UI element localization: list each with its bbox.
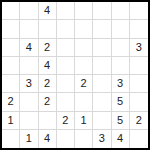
cell-r0c6[interactable] [112, 2, 130, 20]
cell-r0c3[interactable] [57, 2, 75, 20]
clue-digit: 4 [44, 60, 50, 71]
clue-digit: 5 [117, 96, 123, 107]
cell-r5c6-clue: 5 [112, 93, 130, 111]
cell-r0c1[interactable] [20, 2, 38, 20]
cell-r6c3-clue: 2 [57, 112, 75, 130]
cell-r2c4[interactable] [75, 39, 93, 57]
cell-r1c7[interactable] [130, 20, 148, 38]
clue-digit: 2 [44, 96, 50, 107]
puzzle-board: 442343223225121521434 [0, 0, 150, 150]
clue-digit: 4 [44, 133, 50, 144]
clue-digit: 2 [136, 115, 142, 126]
cell-r7c7[interactable] [130, 130, 148, 148]
cell-r2c7-clue: 3 [130, 39, 148, 57]
cell-r7c6-clue: 4 [112, 130, 130, 148]
cell-r2c5[interactable] [93, 39, 111, 57]
cell-r1c5[interactable] [93, 20, 111, 38]
cell-r0c7[interactable] [130, 2, 148, 20]
puzzle-canvas: 442343223225121521434 [0, 0, 150, 150]
clue-digit: 2 [44, 78, 50, 89]
clue-digit: 3 [99, 133, 105, 144]
cell-r4c0[interactable] [2, 75, 20, 93]
clue-digit: 1 [26, 133, 32, 144]
cell-r5c3[interactable] [57, 93, 75, 111]
cell-r6c4-clue: 1 [75, 112, 93, 130]
cell-r1c0[interactable] [2, 20, 20, 38]
cell-r3c2-clue: 4 [39, 57, 57, 75]
cell-r5c7[interactable] [130, 93, 148, 111]
cell-r6c0-clue: 1 [2, 112, 20, 130]
cell-r2c6[interactable] [112, 39, 130, 57]
cell-r1c4[interactable] [75, 20, 93, 38]
cell-r4c3[interactable] [57, 75, 75, 93]
cell-r5c0-clue: 2 [2, 93, 20, 111]
cell-r1c1[interactable] [20, 20, 38, 38]
cell-r5c4[interactable] [75, 93, 93, 111]
clue-digit: 2 [8, 96, 14, 107]
clue-digit: 1 [8, 115, 14, 126]
cell-r3c7[interactable] [130, 57, 148, 75]
clue-digit: 3 [136, 42, 142, 53]
cell-r7c1-clue: 1 [20, 130, 38, 148]
cell-r7c4[interactable] [75, 130, 93, 148]
cell-r6c1[interactable] [20, 112, 38, 130]
cell-r3c1[interactable] [20, 57, 38, 75]
cell-r3c6[interactable] [112, 57, 130, 75]
cell-r3c0[interactable] [2, 57, 20, 75]
cell-r0c5[interactable] [93, 2, 111, 20]
clue-digit: 3 [26, 78, 32, 89]
clue-digit: 2 [44, 42, 50, 53]
clue-digit: 3 [117, 78, 123, 89]
cell-r1c3[interactable] [57, 20, 75, 38]
cell-r6c6-clue: 5 [112, 112, 130, 130]
cell-r4c1-clue: 3 [20, 75, 38, 93]
cell-r4c2-clue: 2 [39, 75, 57, 93]
cell-r7c3[interactable] [57, 130, 75, 148]
cell-r3c4[interactable] [75, 57, 93, 75]
cell-r7c2-clue: 4 [39, 130, 57, 148]
cell-r6c7-clue: 2 [130, 112, 148, 130]
clue-digit: 4 [44, 5, 50, 16]
cell-r6c5[interactable] [93, 112, 111, 130]
cell-r1c2[interactable] [39, 20, 57, 38]
cell-r5c5[interactable] [93, 93, 111, 111]
cell-r1c6[interactable] [112, 20, 130, 38]
clue-digit: 4 [117, 133, 123, 144]
cell-r2c3[interactable] [57, 39, 75, 57]
cell-r5c1[interactable] [20, 93, 38, 111]
cell-r0c4[interactable] [75, 2, 93, 20]
cell-r3c3[interactable] [57, 57, 75, 75]
cell-r2c0[interactable] [2, 39, 20, 57]
clue-digit: 4 [26, 42, 32, 53]
cell-r0c2-clue: 4 [39, 2, 57, 20]
cell-r2c1-clue: 4 [20, 39, 38, 57]
cell-r5c2-clue: 2 [39, 93, 57, 111]
cell-r0c0[interactable] [2, 2, 20, 20]
cell-r4c4-clue: 2 [75, 75, 93, 93]
clue-digit: 2 [62, 115, 68, 126]
clue-digit: 1 [81, 115, 87, 126]
cell-r2c2-clue: 2 [39, 39, 57, 57]
clue-digit: 5 [117, 115, 123, 126]
clue-digit: 2 [81, 78, 87, 89]
cell-r3c5[interactable] [93, 57, 111, 75]
cell-r4c6-clue: 3 [112, 75, 130, 93]
cell-r4c5[interactable] [93, 75, 111, 93]
cell-r7c0[interactable] [2, 130, 20, 148]
cell-r6c2[interactable] [39, 112, 57, 130]
cell-r7c5-clue: 3 [93, 130, 111, 148]
cell-r4c7[interactable] [130, 75, 148, 93]
